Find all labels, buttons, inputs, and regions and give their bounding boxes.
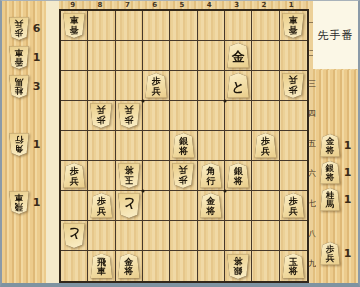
gote-tokin-piece: と (63, 223, 85, 248)
sente-hand-silver[interactable]: 銀将1 (316, 159, 358, 186)
square-4-8[interactable] (198, 221, 225, 251)
square-1-9[interactable]: 玉将 (280, 251, 307, 281)
gote-knight-piece: 桂馬 (9, 75, 29, 98)
square-6-1[interactable] (143, 11, 170, 41)
square-7-8[interactable] (116, 221, 143, 251)
square-2-9[interactable] (252, 251, 279, 281)
square-1-6[interactable] (280, 161, 307, 191)
gote-rook-piece: 飛車 (9, 191, 29, 214)
square-3-6[interactable]: 銀将 (225, 161, 252, 191)
square-9-3[interactable] (61, 71, 88, 101)
square-3-1[interactable] (225, 11, 252, 41)
square-6-3[interactable]: 歩兵 (143, 71, 170, 101)
square-6-7[interactable] (143, 191, 170, 221)
shogi-window: 歩兵6香車1桂馬3角行1飛車1 987654321 香車香車金歩兵と歩兵歩兵歩兵… (0, 0, 360, 287)
file-label-2: 2 (250, 1, 277, 9)
hoshi-dot (142, 190, 145, 193)
square-5-3[interactable] (170, 71, 197, 101)
sente-hand-knight-count: 1 (340, 193, 355, 206)
square-9-6[interactable]: 歩兵 (61, 161, 88, 191)
sente-knight-piece: 桂馬 (320, 188, 340, 211)
square-1-8[interactable] (280, 221, 307, 251)
square-1-2[interactable] (280, 41, 307, 71)
file-label-4: 4 (196, 1, 223, 9)
square-8-1[interactable] (88, 11, 115, 41)
shogi-board: 香車香車金歩兵と歩兵歩兵歩兵銀将歩兵歩兵玉将歩兵角行銀将歩兵と金将歩兵と飛車金将… (59, 9, 309, 283)
file-label-3: 3 (223, 1, 250, 9)
gote-captured-stand: 歩兵6香車1桂馬3角行1飛車1 (2, 1, 46, 283)
square-9-7[interactable] (61, 191, 88, 221)
square-7-9[interactable]: 金将 (116, 251, 143, 281)
square-4-4[interactable] (198, 101, 225, 131)
square-6-5[interactable] (143, 131, 170, 161)
square-3-9[interactable]: 銀将 (225, 251, 252, 281)
gote-hand-empty-slot (2, 101, 46, 130)
square-2-6[interactable] (252, 161, 279, 191)
sente-hand-empty-slot (316, 78, 358, 105)
sente-silver-piece: 銀将 (172, 133, 194, 158)
sente-hand-gold-count: 1 (340, 139, 355, 152)
file-coordinates: 987654321 (59, 1, 305, 9)
square-4-1[interactable] (198, 11, 225, 41)
square-2-1[interactable] (252, 11, 279, 41)
hoshi-dot (224, 100, 227, 103)
gote-hand-rook-count: 1 (29, 196, 44, 209)
turn-indicator-box: 先手番 (313, 1, 358, 69)
sente-promoted-lance-piece: 金 (227, 43, 249, 68)
square-2-3[interactable] (252, 71, 279, 101)
square-2-4[interactable] (252, 101, 279, 131)
square-7-2[interactable] (116, 41, 143, 71)
square-3-2[interactable]: 金 (225, 41, 252, 71)
square-8-6[interactable] (88, 161, 115, 191)
square-6-6[interactable] (143, 161, 170, 191)
sente-hand-gold[interactable]: 金将1 (316, 132, 358, 159)
sente-rook-piece: 飛車 (90, 254, 112, 279)
gote-silver-piece: 銀将 (227, 254, 249, 279)
square-5-7[interactable] (170, 191, 197, 221)
square-5-8[interactable] (170, 221, 197, 251)
square-1-4[interactable] (280, 101, 307, 131)
square-5-9[interactable] (170, 251, 197, 281)
file-label-6: 6 (141, 1, 168, 9)
sente-gold-piece: 金将 (118, 254, 140, 279)
sente-king-piece: 玉将 (282, 254, 304, 279)
gote-lance-piece: 香車 (282, 13, 304, 38)
square-6-9[interactable] (143, 251, 170, 281)
turn-indicator-label: 先手番 (318, 28, 354, 43)
square-8-7[interactable]: 歩兵 (88, 191, 115, 221)
file-label-7: 7 (114, 1, 141, 9)
gote-king-piece: 玉将 (118, 163, 140, 188)
square-9-5[interactable] (61, 131, 88, 161)
square-4-6[interactable]: 角行 (198, 161, 225, 191)
gote-hand-knight-count: 3 (29, 80, 44, 93)
gote-hand-pawn-count: 6 (29, 22, 44, 35)
square-5-6[interactable]: 歩兵 (170, 161, 197, 191)
file-label-5: 5 (168, 1, 195, 9)
square-9-9[interactable] (61, 251, 88, 281)
gote-pawn-piece: 歩兵 (118, 103, 140, 128)
gote-tokin-piece: と (118, 193, 140, 218)
square-4-2[interactable] (198, 41, 225, 71)
square-8-9[interactable]: 飛車 (88, 251, 115, 281)
square-2-8[interactable] (252, 221, 279, 251)
gote-bishop-piece: 角行 (9, 133, 29, 156)
gote-pawn-piece: 歩兵 (90, 103, 112, 128)
gote-lance-piece: 香車 (9, 46, 29, 69)
hoshi-dot (224, 190, 227, 193)
square-8-3[interactable] (88, 71, 115, 101)
square-8-2[interactable] (88, 41, 115, 71)
sente-captured-stand: 金将1銀将1桂馬1歩兵1 (316, 70, 358, 283)
sente-pawn-piece: 歩兵 (320, 242, 340, 265)
square-9-4[interactable] (61, 101, 88, 131)
square-8-8[interactable] (88, 221, 115, 251)
sente-pawn-piece: 歩兵 (145, 73, 167, 98)
sente-tokin-piece: と (227, 73, 249, 98)
sente-hand-pawn[interactable]: 歩兵1 (316, 240, 358, 267)
square-4-9[interactable] (198, 251, 225, 281)
square-9-1[interactable]: 香車 (61, 11, 88, 41)
sente-hand-silver-count: 1 (340, 166, 355, 179)
sente-pawn-piece: 歩兵 (282, 193, 304, 218)
gote-lance-piece: 香車 (63, 13, 85, 38)
square-7-5[interactable] (116, 131, 143, 161)
file-label-8: 8 (86, 1, 113, 9)
sente-hand-empty-slot (316, 105, 358, 132)
square-5-2[interactable] (170, 41, 197, 71)
square-7-4[interactable]: 歩兵 (116, 101, 143, 131)
sente-hand-pawn-count: 1 (340, 247, 355, 260)
square-7-1[interactable] (116, 11, 143, 41)
square-3-3[interactable]: と (225, 71, 252, 101)
gote-hand-bishop-count: 1 (29, 138, 44, 151)
file-label-9: 9 (59, 1, 86, 9)
file-label-1: 1 (278, 1, 305, 9)
square-3-8[interactable] (225, 221, 252, 251)
gote-hand-pawn[interactable]: 歩兵6 (2, 14, 46, 43)
gote-pawn-piece: 歩兵 (172, 163, 194, 188)
square-9-8[interactable]: と (61, 221, 88, 251)
gote-hand-bishop[interactable]: 角行1 (2, 130, 46, 159)
sente-gold-piece: 金将 (200, 193, 222, 218)
gote-pawn-piece: 歩兵 (9, 17, 29, 40)
square-2-2[interactable] (252, 41, 279, 71)
sente-hand-knight[interactable]: 桂馬1 (316, 186, 358, 213)
square-3-4[interactable] (225, 101, 252, 131)
sente-pawn-piece: 歩兵 (63, 163, 85, 188)
square-4-3[interactable] (198, 71, 225, 101)
square-6-8[interactable] (143, 221, 170, 251)
square-2-7[interactable] (252, 191, 279, 221)
square-6-2[interactable] (143, 41, 170, 71)
square-1-3[interactable]: 歩兵 (280, 71, 307, 101)
sente-pawn-piece: 歩兵 (90, 193, 112, 218)
square-2-5[interactable]: 歩兵 (252, 131, 279, 161)
square-9-2[interactable] (61, 41, 88, 71)
square-3-7[interactable] (225, 191, 252, 221)
gote-pawn-piece: 歩兵 (282, 73, 304, 98)
square-7-6[interactable]: 玉将 (116, 161, 143, 191)
square-5-4[interactable] (170, 101, 197, 131)
gote-hand-rook[interactable]: 飛車1 (2, 188, 46, 217)
square-5-5[interactable]: 銀将 (170, 131, 197, 161)
square-1-1[interactable]: 香車 (280, 11, 307, 41)
square-7-3[interactable] (116, 71, 143, 101)
panel-divider (46, 1, 59, 283)
square-4-5[interactable] (198, 131, 225, 161)
sente-pawn-piece: 歩兵 (254, 133, 276, 158)
gote-hand-lance[interactable]: 香車1 (2, 43, 46, 72)
sente-bishop-piece: 角行 (200, 163, 222, 188)
square-5-1[interactable] (170, 11, 197, 41)
hoshi-dot (142, 100, 145, 103)
square-4-7[interactable]: 金将 (198, 191, 225, 221)
square-8-5[interactable] (88, 131, 115, 161)
sente-silver-piece: 銀将 (227, 163, 249, 188)
gote-hand-knight[interactable]: 桂馬3 (2, 72, 46, 101)
gote-hand-lance-count: 1 (29, 51, 44, 64)
sente-hand-empty-slot (316, 213, 358, 240)
square-1-7[interactable]: 歩兵 (280, 191, 307, 221)
sente-gold-piece: 金将 (320, 134, 340, 157)
square-8-4[interactable]: 歩兵 (88, 101, 115, 131)
square-6-4[interactable] (143, 101, 170, 131)
square-3-5[interactable] (225, 131, 252, 161)
sente-silver-piece: 銀将 (320, 161, 340, 184)
gote-hand-empty-slot (2, 159, 46, 188)
square-1-5[interactable] (280, 131, 307, 161)
square-7-7[interactable]: と (116, 191, 143, 221)
